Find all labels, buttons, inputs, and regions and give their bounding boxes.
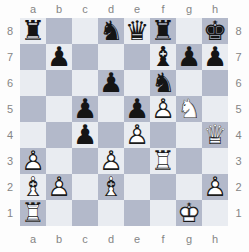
white-pawn[interactable]: ♟♙ — [98, 148, 124, 174]
white-pawn[interactable]: ♟♙ — [20, 148, 46, 174]
white-knight-fill: ♞ — [176, 96, 202, 122]
white-pawn-fill: ♟ — [124, 122, 150, 148]
rank-label-left-3: 3 — [0, 148, 20, 174]
square-a1[interactable]: ♜♖ — [20, 200, 46, 226]
square-e3[interactable] — [124, 148, 150, 174]
black-bishop[interactable]: ♝ — [150, 44, 176, 70]
square-e4[interactable]: ♟♙ — [124, 122, 150, 148]
white-rook-outline: ♖ — [150, 148, 176, 174]
rank-label-right-4: 4 — [228, 122, 249, 148]
square-a2[interactable]: ♝♗ — [20, 174, 46, 200]
white-pawn[interactable]: ♟♙ — [124, 122, 150, 148]
white-pawn-fill: ♟ — [46, 174, 72, 200]
square-d6[interactable]: ♟ — [98, 70, 124, 96]
white-pawn-outline: ♙ — [124, 122, 150, 148]
corner-right-bottom — [228, 226, 249, 252]
white-bishop[interactable]: ♝♗ — [20, 174, 46, 200]
rank-label-left-2: 2 — [0, 174, 20, 200]
white-king-outline: ♔ — [176, 200, 202, 226]
black-pawn[interactable]: ♟ — [46, 44, 72, 70]
file-label-top-d: d — [98, 0, 124, 18]
chess-board-widget: abcdefgh8♜♞♛♜♚87♟♝♟♟76♟♞65♟♟♟♙♞♘54♟♟♙♛♕4… — [0, 0, 249, 252]
white-queen[interactable]: ♛♕ — [202, 122, 228, 148]
white-bishop-outline: ♗ — [98, 174, 124, 200]
black-rook[interactable]: ♜ — [150, 18, 176, 44]
white-king-fill: ♚ — [176, 200, 202, 226]
rank-label-right-3: 3 — [228, 148, 249, 174]
white-pawn[interactable]: ♟♙ — [46, 174, 72, 200]
square-e7[interactable] — [124, 44, 150, 70]
file-label-bottom-f: f — [150, 226, 176, 252]
board-grid: abcdefgh8♜♞♛♜♚87♟♝♟♟76♟♞65♟♟♟♙♞♘54♟♟♙♛♕4… — [0, 0, 249, 252]
square-a5[interactable] — [20, 96, 46, 122]
file-label-bottom-c: c — [72, 226, 98, 252]
square-c5[interactable]: ♟ — [72, 96, 98, 122]
square-c1[interactable] — [72, 200, 98, 226]
rank-label-right-2: 2 — [228, 174, 249, 200]
corner-right-top — [228, 0, 249, 18]
square-d7[interactable] — [98, 44, 124, 70]
corner-left-bottom — [0, 226, 20, 252]
black-knight[interactable]: ♞ — [150, 70, 176, 96]
file-label-top-c: c — [72, 0, 98, 18]
square-b7[interactable]: ♟ — [46, 44, 72, 70]
square-g1[interactable]: ♚♔ — [176, 200, 202, 226]
rank-label-left-7: 7 — [0, 44, 20, 70]
square-e5[interactable]: ♟ — [124, 96, 150, 122]
white-bishop[interactable]: ♝♗ — [98, 174, 124, 200]
square-e1[interactable] — [124, 200, 150, 226]
square-c2[interactable] — [72, 174, 98, 200]
square-f8[interactable]: ♜ — [150, 18, 176, 44]
square-h7[interactable]: ♟ — [202, 44, 228, 70]
square-g8[interactable] — [176, 18, 202, 44]
file-label-bottom-h: h — [202, 226, 228, 252]
black-king[interactable]: ♚ — [202, 18, 228, 44]
square-b3[interactable] — [46, 148, 72, 174]
square-e6[interactable] — [124, 70, 150, 96]
corner-left-top — [0, 0, 20, 18]
square-b1[interactable] — [46, 200, 72, 226]
rank-label-left-8: 8 — [0, 18, 20, 44]
white-pawn-fill: ♟ — [202, 174, 228, 200]
white-pawn-outline: ♙ — [98, 148, 124, 174]
file-label-bottom-e: e — [124, 226, 150, 252]
square-c3[interactable] — [72, 148, 98, 174]
square-g4[interactable] — [176, 122, 202, 148]
square-h2[interactable]: ♟♙ — [202, 174, 228, 200]
white-king[interactable]: ♚♔ — [176, 200, 202, 226]
square-a4[interactable] — [20, 122, 46, 148]
file-label-bottom-b: b — [46, 226, 72, 252]
rank-label-right-8: 8 — [228, 18, 249, 44]
white-pawn-outline: ♙ — [202, 174, 228, 200]
square-a3[interactable]: ♟♙ — [20, 148, 46, 174]
white-queen-fill: ♛ — [202, 122, 228, 148]
rank-label-right-1: 1 — [228, 200, 249, 226]
white-pawn-outline: ♙ — [150, 96, 176, 122]
square-b6[interactable] — [46, 70, 72, 96]
square-f4[interactable] — [150, 122, 176, 148]
white-bishop-outline: ♗ — [20, 174, 46, 200]
file-label-bottom-a: a — [20, 226, 46, 252]
white-rook-fill: ♜ — [20, 200, 46, 226]
white-queen-outline: ♕ — [202, 122, 228, 148]
square-b8[interactable] — [46, 18, 72, 44]
square-f3[interactable]: ♜♖ — [150, 148, 176, 174]
file-label-top-a: a — [20, 0, 46, 18]
square-a6[interactable] — [20, 70, 46, 96]
rank-label-left-6: 6 — [0, 70, 20, 96]
square-b2[interactable]: ♟♙ — [46, 174, 72, 200]
square-c7[interactable] — [72, 44, 98, 70]
file-label-bottom-g: g — [176, 226, 202, 252]
square-h1[interactable] — [202, 200, 228, 226]
file-label-top-e: e — [124, 0, 150, 18]
rank-label-right-6: 6 — [228, 70, 249, 96]
black-queen[interactable]: ♛ — [124, 18, 150, 44]
white-pawn-fill: ♟ — [20, 148, 46, 174]
square-b4[interactable] — [46, 122, 72, 148]
square-c8[interactable] — [72, 18, 98, 44]
white-pawn-outline: ♙ — [46, 174, 72, 200]
square-h8[interactable]: ♚ — [202, 18, 228, 44]
white-rook-fill: ♜ — [150, 148, 176, 174]
white-pawn[interactable]: ♟♙ — [202, 174, 228, 200]
white-rook-outline: ♖ — [20, 200, 46, 226]
black-knight[interactable]: ♞ — [98, 18, 124, 44]
black-pawn[interactable]: ♟ — [72, 122, 98, 148]
square-d4[interactable] — [98, 122, 124, 148]
white-pawn-fill: ♟ — [150, 96, 176, 122]
square-d5[interactable] — [98, 96, 124, 122]
black-pawn[interactable]: ♟ — [176, 44, 202, 70]
rank-label-right-5: 5 — [228, 96, 249, 122]
square-g2[interactable] — [176, 174, 202, 200]
square-h3[interactable] — [202, 148, 228, 174]
white-bishop-fill: ♝ — [20, 174, 46, 200]
white-knight-outline: ♘ — [176, 96, 202, 122]
white-rook[interactable]: ♜♖ — [20, 200, 46, 226]
square-f7[interactable]: ♝ — [150, 44, 176, 70]
square-f6[interactable]: ♞ — [150, 70, 176, 96]
square-f2[interactable] — [150, 174, 176, 200]
square-g7[interactable]: ♟ — [176, 44, 202, 70]
rank-label-right-7: 7 — [228, 44, 249, 70]
square-f1[interactable] — [150, 200, 176, 226]
black-pawn[interactable]: ♟ — [124, 96, 150, 122]
black-pawn[interactable]: ♟ — [72, 96, 98, 122]
square-h5[interactable] — [202, 96, 228, 122]
square-c4[interactable]: ♟ — [72, 122, 98, 148]
file-label-bottom-d: d — [98, 226, 124, 252]
file-label-top-b: b — [46, 0, 72, 18]
white-pawn[interactable]: ♟♙ — [150, 96, 176, 122]
white-bishop-fill: ♝ — [98, 174, 124, 200]
black-pawn[interactable]: ♟ — [202, 44, 228, 70]
square-c6[interactable] — [72, 70, 98, 96]
rank-label-left-4: 4 — [0, 122, 20, 148]
square-d2[interactable]: ♝♗ — [98, 174, 124, 200]
white-pawn-fill: ♟ — [98, 148, 124, 174]
square-b5[interactable] — [46, 96, 72, 122]
rank-label-left-1: 1 — [0, 200, 20, 226]
file-label-top-h: h — [202, 0, 228, 18]
square-g6[interactable] — [176, 70, 202, 96]
rank-label-left-5: 5 — [0, 96, 20, 122]
square-e2[interactable] — [124, 174, 150, 200]
square-f5[interactable]: ♟♙ — [150, 96, 176, 122]
white-pawn-outline: ♙ — [20, 148, 46, 174]
square-d1[interactable] — [98, 200, 124, 226]
square-e8[interactable]: ♛ — [124, 18, 150, 44]
black-pawn[interactable]: ♟ — [98, 70, 124, 96]
white-knight[interactable]: ♞♘ — [176, 96, 202, 122]
square-a8[interactable]: ♜ — [20, 18, 46, 44]
square-g3[interactable] — [176, 148, 202, 174]
file-label-top-g: g — [176, 0, 202, 18]
square-h4[interactable]: ♛♕ — [202, 122, 228, 148]
black-rook[interactable]: ♜ — [20, 18, 46, 44]
square-g5[interactable]: ♞♘ — [176, 96, 202, 122]
square-h6[interactable] — [202, 70, 228, 96]
square-a7[interactable] — [20, 44, 46, 70]
square-d8[interactable]: ♞ — [98, 18, 124, 44]
white-rook[interactable]: ♜♖ — [150, 148, 176, 174]
square-d3[interactable]: ♟♙ — [98, 148, 124, 174]
file-label-top-f: f — [150, 0, 176, 18]
